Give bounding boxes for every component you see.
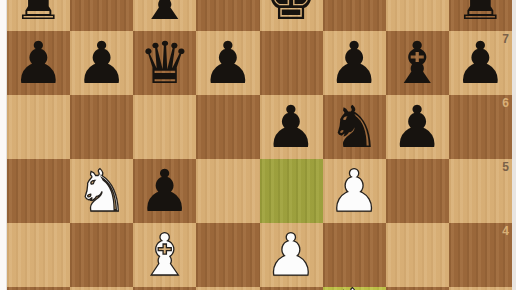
square-g8[interactable] [386,0,449,31]
square-f8[interactable] [323,0,386,31]
square-c5[interactable]: ♟ [133,159,196,223]
square-h8[interactable]: ♜ [449,0,512,31]
piece-black-pawn[interactable]: ♟ [391,95,443,159]
piece-black-rook[interactable]: ♜ [13,0,65,31]
piece-white-pawn[interactable]: ♟ [328,159,380,223]
square-g6[interactable]: ♟ [386,95,449,159]
square-b4[interactable] [70,223,133,287]
square-h7[interactable]: 7♟ [449,31,512,95]
piece-black-bishop[interactable]: ♝ [139,0,191,31]
square-d6[interactable] [196,95,259,159]
piece-black-pawn[interactable]: ♟ [265,95,317,159]
square-c4[interactable]: ♝ [133,223,196,287]
rank-label-7: 7 [502,32,509,46]
piece-black-rook[interactable]: ♜ [454,0,506,31]
square-e5[interactable] [260,159,323,223]
square-e4[interactable]: ♟ [260,223,323,287]
rank-label-4: 4 [502,224,509,238]
square-h4[interactable]: 4 [449,223,512,287]
square-c8[interactable]: ♝ [133,0,196,31]
square-a4[interactable] [7,223,70,287]
square-c7[interactable]: ♛ [133,31,196,95]
piece-black-pawn[interactable]: ♟ [202,31,254,95]
piece-black-pawn[interactable]: ♟ [328,31,380,95]
piece-black-pawn[interactable]: ♟ [13,31,65,95]
square-d4[interactable] [196,223,259,287]
piece-white-knight[interactable]: ♞ [76,159,128,223]
piece-white-knight[interactable]: ♞ [328,278,380,290]
square-a7[interactable]: ♟ [7,31,70,95]
square-f7[interactable]: ♟ [323,31,386,95]
piece-black-pawn[interactable]: ♟ [454,31,506,95]
square-f5[interactable]: ♟ [323,159,386,223]
piece-black-queen[interactable]: ♛ [139,31,191,95]
square-b7[interactable]: ♟ [70,31,133,95]
chess-board[interactable]: ♜♝♚♜♟♟♛♟♟♝7♟♟♞♟6♞♟♟5♝♟4♞3 [7,0,512,290]
square-g7[interactable]: ♝ [386,31,449,95]
square-d5[interactable] [196,159,259,223]
page-left-margin [0,0,7,290]
piece-black-pawn[interactable]: ♟ [139,159,191,223]
square-a8[interactable]: ♜ [7,0,70,31]
chessboard-viewport: ♜♝♚♜♟♟♛♟♟♝7♟♟♞♟6♞♟♟5♝♟4♞3 [0,0,516,290]
square-d7[interactable]: ♟ [196,31,259,95]
page-right-margin [512,0,516,290]
square-g5[interactable] [386,159,449,223]
piece-white-bishop[interactable]: ♝ [139,223,191,287]
square-e8[interactable]: ♚ [260,0,323,31]
square-c6[interactable] [133,95,196,159]
square-g4[interactable] [386,223,449,287]
piece-white-pawn[interactable]: ♟ [265,223,317,287]
square-b6[interactable] [70,95,133,159]
piece-black-king[interactable]: ♚ [265,0,317,31]
square-e7[interactable] [260,31,323,95]
square-a6[interactable] [7,95,70,159]
piece-black-bishop[interactable]: ♝ [391,31,443,95]
square-h5[interactable]: 5 [449,159,512,223]
square-f6[interactable]: ♞ [323,95,386,159]
piece-black-knight[interactable]: ♞ [328,95,380,159]
rank-label-5: 5 [502,160,509,174]
square-e6[interactable]: ♟ [260,95,323,159]
piece-black-pawn[interactable]: ♟ [76,31,128,95]
rank-label-6: 6 [502,96,509,110]
square-b8[interactable] [70,0,133,31]
square-b5[interactable]: ♞ [70,159,133,223]
square-d8[interactable] [196,0,259,31]
square-h6[interactable]: 6 [449,95,512,159]
square-a5[interactable] [7,159,70,223]
